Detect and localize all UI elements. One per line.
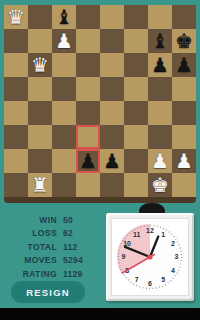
square-c3[interactable]	[52, 125, 76, 149]
chess-clock: 123456789101112	[106, 213, 194, 301]
square-e2[interactable]: ♟	[100, 149, 124, 173]
square-f7[interactable]	[124, 29, 148, 53]
square-g5[interactable]	[148, 77, 172, 101]
piece-white-rook: ♜	[31, 175, 49, 195]
piece-black-pawn: ♟	[175, 55, 193, 75]
square-c8[interactable]: ♝	[52, 5, 76, 29]
stat-label: WIN	[9, 214, 57, 227]
square-e1[interactable]	[100, 173, 124, 197]
stat-label: LOSS	[9, 227, 57, 240]
clock-numeral: 6	[148, 280, 152, 287]
piece-white-pawn: ♟	[175, 151, 193, 171]
square-e7[interactable]	[100, 29, 124, 53]
square-d3[interactable]	[76, 125, 100, 149]
clock-numeral: 7	[135, 276, 139, 283]
square-a4[interactable]	[4, 101, 28, 125]
square-h5[interactable]	[172, 77, 196, 101]
square-d5[interactable]	[76, 77, 100, 101]
square-a1[interactable]	[4, 173, 28, 197]
square-h8[interactable]	[172, 5, 196, 29]
square-a7[interactable]	[4, 29, 28, 53]
square-e3[interactable]	[100, 125, 124, 149]
square-a5[interactable]	[4, 77, 28, 101]
square-h4[interactable]	[172, 101, 196, 125]
clock-numeral: 12	[146, 227, 154, 234]
square-d2[interactable]: ♟	[76, 149, 100, 173]
square-b6[interactable]: ♛	[28, 53, 52, 77]
square-b4[interactable]	[28, 101, 52, 125]
square-f5[interactable]	[124, 77, 148, 101]
square-h2[interactable]: ♟	[172, 149, 196, 173]
square-h7[interactable]: ♚	[172, 29, 196, 53]
stat-label: MOVES	[9, 254, 57, 267]
square-h3[interactable]	[172, 125, 196, 149]
square-d6[interactable]	[76, 53, 100, 77]
square-c6[interactable]	[52, 53, 76, 77]
clock-numeral: 3	[175, 253, 179, 260]
stat-value: 62	[63, 227, 73, 240]
stat-row-loss: LOSS 62	[9, 227, 83, 240]
square-b1[interactable]: ♜	[28, 173, 52, 197]
stat-value: 50	[63, 214, 73, 227]
square-b8[interactable]	[28, 5, 52, 29]
clock-numeral: 5	[161, 276, 165, 283]
clock-numeral: 1	[161, 231, 165, 238]
square-e6[interactable]	[100, 53, 124, 77]
resign-button[interactable]: RESIGN	[11, 281, 85, 303]
square-g8[interactable]	[148, 5, 172, 29]
square-c7[interactable]: ♟	[52, 29, 76, 53]
square-b2[interactable]	[28, 149, 52, 173]
square-g3[interactable]	[148, 125, 172, 149]
square-d1[interactable]	[76, 173, 100, 197]
clock-numeral: 11	[133, 231, 141, 238]
board-edge	[4, 197, 196, 203]
clock-center-pin	[147, 254, 152, 259]
square-f4[interactable]	[124, 101, 148, 125]
piece-white-pawn: ♟	[151, 151, 169, 171]
square-b7[interactable]	[28, 29, 52, 53]
square-f2[interactable]	[124, 149, 148, 173]
square-e8[interactable]	[100, 5, 124, 29]
clock-numeral: 4	[171, 267, 175, 274]
piece-white-queen: ♛	[7, 7, 25, 27]
stat-row-rating: RATING 1129	[9, 268, 83, 281]
square-a3[interactable]	[4, 125, 28, 149]
stat-row-total: TOTAL 112	[9, 241, 83, 254]
bottom-bar	[0, 308, 200, 320]
square-g4[interactable]	[148, 101, 172, 125]
square-c2[interactable]	[52, 149, 76, 173]
square-g6[interactable]: ♟	[148, 53, 172, 77]
square-a8[interactable]: ♛	[4, 5, 28, 29]
square-d8[interactable]	[76, 5, 100, 29]
stat-label: TOTAL	[9, 241, 57, 254]
square-c4[interactable]	[52, 101, 76, 125]
stat-row-moves: MOVES 5294	[9, 254, 83, 267]
piece-white-queen: ♛	[31, 55, 49, 75]
stat-value: 112	[63, 241, 78, 254]
piece-black-king: ♚	[175, 31, 193, 51]
clock-face: 123456789101112	[112, 219, 188, 295]
square-c1[interactable]	[52, 173, 76, 197]
square-h6[interactable]: ♟	[172, 53, 196, 77]
stat-label: RATING	[9, 268, 57, 281]
square-f1[interactable]	[124, 173, 148, 197]
piece-white-king: ♚	[151, 175, 169, 195]
stat-value: 5294	[63, 254, 83, 267]
piece-black-pawn: ♟	[103, 151, 121, 171]
square-e5[interactable]	[100, 77, 124, 101]
stat-row-win: WIN 50	[9, 214, 83, 227]
square-a6[interactable]	[4, 53, 28, 77]
square-a2[interactable]	[4, 149, 28, 173]
stat-value: 1129	[63, 268, 83, 281]
chess-board[interactable]: ♛♝♟♝♚♛♟♟♟♟♟♟♜♚	[4, 5, 196, 197]
square-d4[interactable]	[76, 101, 100, 125]
square-g7[interactable]: ♝	[148, 29, 172, 53]
clock-numeral: 9	[122, 253, 126, 260]
square-f6[interactable]	[124, 53, 148, 77]
piece-black-pawn: ♟	[79, 151, 97, 171]
square-b5[interactable]	[28, 77, 52, 101]
square-d7[interactable]	[76, 29, 100, 53]
square-b3[interactable]	[28, 125, 52, 149]
square-e4[interactable]	[100, 101, 124, 125]
square-f8[interactable]	[124, 5, 148, 29]
square-h1[interactable]	[172, 173, 196, 197]
clock-numeral: 2	[171, 240, 175, 247]
square-f3[interactable]	[124, 125, 148, 149]
piece-white-pawn: ♟	[55, 31, 73, 51]
piece-black-bishop: ♝	[55, 7, 73, 27]
square-c5[interactable]	[52, 77, 76, 101]
piece-black-pawn: ♟	[151, 55, 169, 75]
stats-panel: WIN 50 LOSS 62 TOTAL 112 MOVES 5294 RATI…	[9, 214, 83, 281]
square-g1[interactable]: ♚	[148, 173, 172, 197]
piece-black-bishop: ♝	[151, 31, 169, 51]
square-g2[interactable]: ♟	[148, 149, 172, 173]
